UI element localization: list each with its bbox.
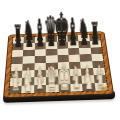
board-squares	[9, 34, 107, 93]
chess-set-product-photo: ♜♞♝♛♚♝♞♜♟♟♟♟♟♟♟♟♟♟♟♟♟♟♟♟♜♞♝♛♚♝♞♜	[0, 0, 120, 120]
square-d1	[46, 84, 58, 92]
chess-board	[3, 31, 114, 98]
square-b1	[22, 85, 34, 93]
square-g1	[82, 83, 95, 91]
square-c1	[34, 85, 46, 93]
square-e1	[58, 84, 71, 92]
board-frame	[3, 31, 114, 98]
scene: ♜♞♝♛♚♝♞♜♟♟♟♟♟♟♟♟♟♟♟♟♟♟♟♟♜♞♝♛♚♝♞♜	[0, 0, 120, 120]
square-f1	[70, 83, 83, 91]
square-a1	[9, 85, 22, 93]
